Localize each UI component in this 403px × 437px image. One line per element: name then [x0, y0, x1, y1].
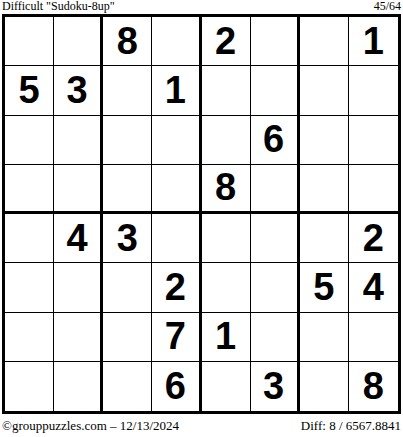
cell-r1c5[interactable]: 2 [202, 17, 251, 66]
cell-r1c6[interactable] [251, 17, 300, 66]
cell-r6c3[interactable] [103, 263, 152, 312]
cell-r8c2[interactable] [54, 362, 103, 411]
cell-r5c5[interactable] [202, 214, 251, 263]
cell-r7c4[interactable]: 7 [152, 313, 201, 362]
cell-r5c2[interactable]: 4 [54, 214, 103, 263]
cell-r4c2[interactable] [54, 165, 103, 214]
cell-r7c3[interactable] [103, 313, 152, 362]
cell-r5c8[interactable]: 2 [349, 214, 398, 263]
cell-r7c6[interactable] [251, 313, 300, 362]
cell-r3c3[interactable] [103, 116, 152, 165]
cell-r2c7[interactable] [300, 66, 349, 115]
puzzle-counter: 45/64 [374, 0, 401, 13]
cell-r7c1[interactable] [5, 313, 54, 362]
puzzle-title: Difficult "Sudoku-8up" [2, 0, 115, 13]
cell-r1c4[interactable] [152, 17, 201, 66]
cell-r2c6[interactable] [251, 66, 300, 115]
cell-r1c7[interactable] [300, 17, 349, 66]
cell-r7c2[interactable] [54, 313, 103, 362]
cell-r8c1[interactable] [5, 362, 54, 411]
cell-r4c1[interactable] [5, 165, 54, 214]
difficulty-text: Diff: 8 / 6567.8841 [301, 418, 401, 434]
cell-r8c6[interactable]: 3 [251, 362, 300, 411]
cell-r4c8[interactable] [349, 165, 398, 214]
cell-r7c7[interactable] [300, 313, 349, 362]
cell-r3c5[interactable] [202, 116, 251, 165]
cell-r6c5[interactable] [202, 263, 251, 312]
cell-r3c8[interactable] [349, 116, 398, 165]
cell-r8c8[interactable]: 8 [349, 362, 398, 411]
cell-r7c8[interactable] [349, 313, 398, 362]
cell-r6c2[interactable] [54, 263, 103, 312]
cell-r2c2[interactable]: 3 [54, 66, 103, 115]
cell-r2c3[interactable] [103, 66, 152, 115]
cell-r2c8[interactable] [349, 66, 398, 115]
cell-r8c3[interactable] [103, 362, 152, 411]
cell-r3c7[interactable] [300, 116, 349, 165]
cell-r5c1[interactable] [5, 214, 54, 263]
sudoku-board: 8215316843225471638 [2, 14, 401, 414]
cell-r4c5[interactable]: 8 [202, 165, 251, 214]
cell-r1c1[interactable] [5, 17, 54, 66]
cell-r5c4[interactable] [152, 214, 201, 263]
cell-r8c5[interactable] [202, 362, 251, 411]
cell-r6c4[interactable]: 2 [152, 263, 201, 312]
cell-r2c5[interactable] [202, 66, 251, 115]
cell-r8c7[interactable] [300, 362, 349, 411]
copyright-text: ©grouppuzzles.com – 12/13/2024 [2, 418, 179, 434]
cell-r5c7[interactable] [300, 214, 349, 263]
cell-r4c3[interactable] [103, 165, 152, 214]
cell-r1c2[interactable] [54, 17, 103, 66]
cell-r1c8[interactable]: 1 [349, 17, 398, 66]
cell-r3c1[interactable] [5, 116, 54, 165]
cell-r2c1[interactable]: 5 [5, 66, 54, 115]
cell-r3c2[interactable] [54, 116, 103, 165]
cell-r4c7[interactable] [300, 165, 349, 214]
cell-r6c7[interactable]: 5 [300, 263, 349, 312]
cell-r4c4[interactable] [152, 165, 201, 214]
cell-r6c1[interactable] [5, 263, 54, 312]
cell-r3c6[interactable]: 6 [251, 116, 300, 165]
header: Difficult "Sudoku-8up" 45/64 [2, 0, 401, 13]
cell-r6c6[interactable] [251, 263, 300, 312]
cell-r5c3[interactable]: 3 [103, 214, 152, 263]
footer: ©grouppuzzles.com – 12/13/2024 Diff: 8 /… [2, 418, 401, 434]
cell-r5c6[interactable] [251, 214, 300, 263]
cell-r4c6[interactable] [251, 165, 300, 214]
cell-r3c4[interactable] [152, 116, 201, 165]
cell-r7c5[interactable]: 1 [202, 313, 251, 362]
cell-r8c4[interactable]: 6 [152, 362, 201, 411]
cell-r1c3[interactable]: 8 [103, 17, 152, 66]
cell-r2c4[interactable]: 1 [152, 66, 201, 115]
cell-r6c8[interactable]: 4 [349, 263, 398, 312]
